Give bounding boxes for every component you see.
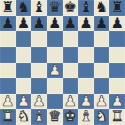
square-f5[interactable] (78, 47, 94, 63)
square-c4[interactable] (31, 63, 47, 79)
piece-black-bishop[interactable]: ♝ (33, 0, 46, 16)
piece-black-pawn[interactable]: ♟ (33, 16, 46, 32)
square-c8[interactable]: ♝ (31, 0, 47, 16)
square-b5[interactable] (16, 47, 32, 63)
square-a7[interactable]: ♟ (0, 16, 16, 32)
square-b7[interactable]: ♟ (16, 16, 32, 32)
square-c3[interactable] (31, 78, 47, 94)
piece-black-rook[interactable]: ♜ (1, 0, 14, 16)
square-g7[interactable]: ♟ (94, 16, 110, 32)
square-d6[interactable] (47, 31, 63, 47)
piece-black-pawn[interactable]: ♟ (111, 16, 124, 32)
piece-black-pawn[interactable]: ♟ (1, 16, 14, 32)
piece-white-pawn[interactable]: ♟ (111, 94, 124, 110)
piece-white-pawn[interactable]: ♟ (1, 94, 14, 110)
square-d2[interactable] (47, 94, 63, 110)
piece-white-pawn[interactable]: ♟ (95, 94, 108, 110)
square-b6[interactable] (16, 31, 32, 47)
square-d3[interactable] (47, 78, 63, 94)
square-f6[interactable] (78, 31, 94, 47)
piece-black-pawn[interactable]: ♟ (17, 16, 30, 32)
square-a6[interactable] (0, 31, 16, 47)
square-f3[interactable] (78, 78, 94, 94)
square-c2[interactable]: ♟ (31, 94, 47, 110)
square-h2[interactable]: ♟ (109, 94, 125, 110)
square-b3[interactable] (16, 78, 32, 94)
square-e3[interactable] (63, 78, 79, 94)
square-b8[interactable]: ♞ (16, 0, 32, 16)
piece-black-bishop[interactable]: ♝ (79, 0, 92, 16)
piece-black-knight[interactable]: ♞ (17, 0, 30, 16)
square-d5[interactable] (47, 47, 63, 63)
square-h6[interactable] (109, 31, 125, 47)
square-e4[interactable] (63, 63, 79, 79)
square-c6[interactable] (31, 31, 47, 47)
square-d8[interactable]: ♛ (47, 0, 63, 16)
square-f7[interactable]: ♟ (78, 16, 94, 32)
square-g8[interactable]: ♞ (94, 0, 110, 16)
piece-white-knight[interactable]: ♞ (17, 109, 30, 125)
square-a4[interactable] (0, 63, 16, 79)
square-e5[interactable] (63, 47, 79, 63)
square-g3[interactable] (94, 78, 110, 94)
square-h7[interactable]: ♟ (109, 16, 125, 32)
piece-white-bishop[interactable]: ♝ (33, 109, 46, 125)
square-f4[interactable] (78, 63, 94, 79)
square-g2[interactable]: ♟ (94, 94, 110, 110)
square-f8[interactable]: ♝ (78, 0, 94, 16)
square-d7[interactable]: ♟ (47, 16, 63, 32)
square-e7[interactable]: ♟ (63, 16, 79, 32)
piece-white-rook[interactable]: ♜ (1, 109, 14, 125)
piece-black-rook[interactable]: ♜ (111, 0, 124, 16)
square-e8[interactable]: ♚ (63, 0, 79, 16)
piece-black-knight[interactable]: ♞ (95, 0, 108, 16)
square-a8[interactable]: ♜ (0, 0, 16, 16)
square-g5[interactable] (94, 47, 110, 63)
piece-white-pawn[interactable]: ♟ (48, 63, 61, 79)
piece-white-pawn[interactable]: ♟ (64, 94, 77, 110)
square-c5[interactable] (31, 47, 47, 63)
square-e6[interactable] (63, 31, 79, 47)
piece-white-pawn[interactable]: ♟ (79, 94, 92, 110)
piece-white-queen[interactable]: ♛ (48, 109, 61, 125)
piece-white-knight[interactable]: ♞ (95, 109, 108, 125)
square-b4[interactable] (16, 63, 32, 79)
square-h1[interactable]: ♜ (109, 109, 125, 125)
piece-black-pawn[interactable]: ♟ (64, 16, 77, 32)
square-b2[interactable]: ♟ (16, 94, 32, 110)
piece-black-queen[interactable]: ♛ (48, 0, 61, 16)
square-c1[interactable]: ♝ (31, 109, 47, 125)
square-g4[interactable] (94, 63, 110, 79)
square-g6[interactable] (94, 31, 110, 47)
square-e1[interactable]: ♚ (63, 109, 79, 125)
piece-black-king[interactable]: ♚ (64, 0, 77, 16)
square-b1[interactable]: ♞ (16, 109, 32, 125)
piece-black-pawn[interactable]: ♟ (48, 16, 61, 32)
square-h5[interactable] (109, 47, 125, 63)
piece-black-pawn[interactable]: ♟ (79, 16, 92, 32)
square-d4[interactable]: ♟ (47, 63, 63, 79)
square-e2[interactable]: ♟ (63, 94, 79, 110)
square-a1[interactable]: ♜ (0, 109, 16, 125)
square-d1[interactable]: ♛ (47, 109, 63, 125)
square-h8[interactable]: ♜ (109, 0, 125, 16)
piece-white-bishop[interactable]: ♝ (79, 109, 92, 125)
square-a5[interactable] (0, 47, 16, 63)
square-a3[interactable] (0, 78, 16, 94)
chess-board: ♜♞♝♛♚♝♞♜♟♟♟♟♟♟♟♟♟♟♟♟♟♟♟♟♜♞♝♛♚♝♞♜ (0, 0, 125, 125)
square-a2[interactable]: ♟ (0, 94, 16, 110)
square-f2[interactable]: ♟ (78, 94, 94, 110)
piece-white-pawn[interactable]: ♟ (33, 94, 46, 110)
piece-white-pawn[interactable]: ♟ (17, 94, 30, 110)
square-c7[interactable]: ♟ (31, 16, 47, 32)
square-g1[interactable]: ♞ (94, 109, 110, 125)
square-f1[interactable]: ♝ (78, 109, 94, 125)
square-h3[interactable] (109, 78, 125, 94)
piece-white-king[interactable]: ♚ (64, 109, 77, 125)
square-h4[interactable] (109, 63, 125, 79)
piece-black-pawn[interactable]: ♟ (95, 16, 108, 32)
piece-white-rook[interactable]: ♜ (111, 109, 124, 125)
